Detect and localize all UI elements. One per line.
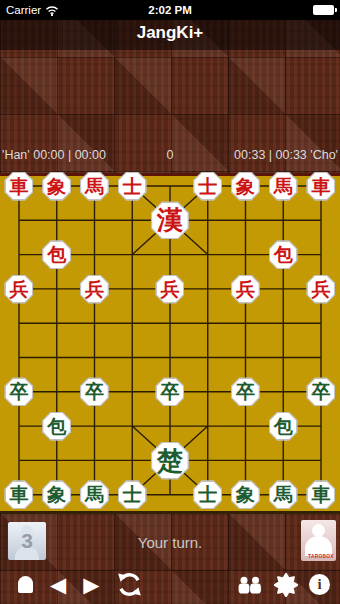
piece-glyph: 卒	[9, 382, 28, 401]
piece-glyph: 兵	[160, 280, 179, 299]
pieces-layer: 車象馬士士象馬車漢包包兵兵兵兵兵卒卒卒卒卒包包楚車象馬士士象馬車	[0, 169, 340, 512]
cho-soldier-piece[interactable]: 卒	[4, 377, 33, 406]
carrier-label: Carrier	[6, 4, 41, 16]
han-king-piece[interactable]: 漢	[151, 201, 189, 239]
refresh-icon[interactable]	[116, 571, 143, 598]
cho-king-piece[interactable]: 楚	[151, 442, 189, 480]
battery-icon	[313, 5, 334, 15]
piece-glyph: 車	[311, 177, 330, 196]
cho-soldier-piece[interactable]: 卒	[231, 377, 260, 406]
piece-glyph: 象	[236, 485, 255, 504]
piece-glyph: 車	[9, 177, 28, 196]
han-soldier-piece[interactable]: 兵	[80, 275, 109, 304]
han-guard-piece[interactable]: 士	[193, 172, 222, 201]
cho-guard-piece[interactable]: 士	[118, 480, 147, 509]
piece-glyph: 馬	[274, 177, 293, 196]
han-elephant-piece[interactable]: 象	[231, 172, 260, 201]
piece-glyph: 象	[47, 177, 66, 196]
cho-guard-piece[interactable]: 士	[193, 480, 222, 509]
piece-glyph: 馬	[85, 485, 104, 504]
han-elephant-piece[interactable]: 象	[42, 172, 71, 201]
piece-glyph: 包	[47, 245, 66, 264]
piece-glyph: 包	[274, 417, 293, 436]
cho-soldier-piece[interactable]: 卒	[80, 377, 109, 406]
piece-glyph: 兵	[236, 280, 255, 299]
player-avatar[interactable]: TAROBOX	[301, 520, 336, 561]
cho-horse-piece[interactable]: 馬	[269, 480, 298, 509]
han-chariot-piece[interactable]: 車	[4, 172, 33, 201]
piece-glyph: 包	[274, 245, 293, 264]
cho-horse-piece[interactable]: 馬	[80, 480, 109, 509]
han-guard-piece[interactable]: 士	[118, 172, 147, 201]
piece-glyph: 漢	[157, 207, 183, 233]
player-name-badge: TAROBOX	[308, 554, 329, 559]
han-soldier-piece[interactable]: 兵	[155, 275, 184, 304]
piece-glyph: 卒	[311, 382, 330, 401]
piece-glyph: 車	[311, 485, 330, 504]
janggi-board[interactable]: 車象馬士士象馬車漢包包兵兵兵兵兵卒卒卒卒卒包包楚車象馬士士象馬車	[0, 173, 340, 514]
forward-icon[interactable]: ▶	[83, 574, 99, 595]
status-bar: Carrier 2:02 PM	[0, 0, 340, 20]
app-title: JangKi+	[137, 23, 204, 43]
piece-glyph: 兵	[85, 280, 104, 299]
score-bar: 'Han' 00:00 | 00:00 0 00:33 | 00:33 'Cho…	[0, 146, 340, 164]
cho-clock: 00:33 | 00:33 'Cho'	[234, 148, 338, 162]
piece-glyph: 象	[236, 177, 255, 196]
info-icon[interactable]: i	[309, 574, 330, 595]
piece-glyph: 卒	[160, 382, 179, 401]
piece-glyph: 士	[123, 177, 142, 196]
cho-cannon-piece[interactable]: 包	[269, 412, 298, 441]
info-row: 3 Your turn. TAROBOX	[0, 514, 340, 565]
han-soldier-piece[interactable]: 兵	[231, 275, 260, 304]
piece-glyph: 士	[198, 177, 217, 196]
cho-elephant-piece[interactable]: 象	[42, 480, 71, 509]
cho-cannon-piece[interactable]: 包	[42, 412, 71, 441]
piece-glyph: 象	[47, 485, 66, 504]
cho-chariot-piece[interactable]: 車	[306, 480, 335, 509]
opponent-level-badge: 3	[21, 529, 33, 553]
pawn-icon[interactable]	[18, 576, 33, 593]
han-soldier-piece[interactable]: 兵	[4, 275, 33, 304]
back-icon[interactable]: ◀	[50, 574, 66, 595]
cho-chariot-piece[interactable]: 車	[4, 480, 33, 509]
piece-glyph: 馬	[274, 485, 293, 504]
piece-glyph: 包	[47, 417, 66, 436]
cho-elephant-piece[interactable]: 象	[231, 480, 260, 509]
piece-glyph: 士	[198, 485, 217, 504]
piece-glyph: 兵	[311, 280, 330, 299]
han-soldier-piece[interactable]: 兵	[306, 275, 335, 304]
han-horse-piece[interactable]: 馬	[80, 172, 109, 201]
han-cannon-piece[interactable]: 包	[269, 240, 298, 269]
piece-glyph: 卒	[236, 382, 255, 401]
players-icon[interactable]	[237, 576, 263, 594]
han-cannon-piece[interactable]: 包	[42, 240, 71, 269]
bottom-toolbar: ◀ ▶ i	[0, 565, 340, 604]
han-horse-piece[interactable]: 馬	[269, 172, 298, 201]
piece-glyph: 馬	[85, 177, 104, 196]
han-chariot-piece[interactable]: 車	[306, 172, 335, 201]
piece-glyph: 車	[9, 485, 28, 504]
cho-soldier-piece[interactable]: 卒	[155, 377, 184, 406]
wifi-icon	[45, 5, 59, 16]
piece-glyph: 卒	[85, 382, 104, 401]
cho-soldier-piece[interactable]: 卒	[306, 377, 335, 406]
settings-gear-icon[interactable]	[274, 573, 298, 597]
turn-status-message: Your turn.	[0, 534, 340, 551]
piece-glyph: 楚	[157, 448, 183, 474]
piece-glyph: 兵	[9, 280, 28, 299]
piece-glyph: 士	[123, 485, 142, 504]
